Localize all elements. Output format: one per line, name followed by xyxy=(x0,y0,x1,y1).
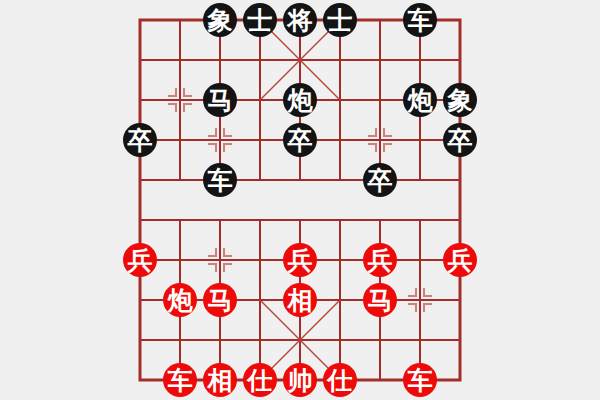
point-c7r1[interactable] xyxy=(400,40,440,80)
point-c4r0[interactable]: 将 xyxy=(280,0,320,40)
point-marker xyxy=(223,248,232,257)
piece-red-soldier[interactable]: 兵 xyxy=(123,243,157,277)
point-marker xyxy=(368,128,377,137)
xiangqi-board: 象士将士车马炮炮象卒卒卒车卒兵兵兵兵炮马相马车相仕帅仕车 xyxy=(0,0,600,400)
point-marker xyxy=(208,128,217,137)
point-c7r5[interactable] xyxy=(400,200,440,240)
point-c3r9[interactable]: 仕 xyxy=(240,360,280,400)
point-c7r2[interactable]: 炮 xyxy=(400,80,440,120)
piece-black-cannon[interactable]: 炮 xyxy=(283,83,317,117)
point-marker xyxy=(208,248,217,257)
piece-red-general[interactable]: 帅 xyxy=(283,363,317,397)
point-c8r7[interactable] xyxy=(440,280,480,320)
point-c2r4[interactable]: 车 xyxy=(200,160,240,200)
point-c1r8[interactable] xyxy=(160,320,200,360)
point-c3r4[interactable] xyxy=(240,160,280,200)
point-c1r6[interactable] xyxy=(160,240,200,280)
point-marker xyxy=(223,128,232,137)
point-c6r9[interactable] xyxy=(360,360,400,400)
point-marker xyxy=(223,263,232,272)
point-c6r3[interactable] xyxy=(360,120,400,160)
point-c2r0[interactable]: 象 xyxy=(200,0,240,40)
point-c0r2[interactable] xyxy=(120,80,160,120)
point-c1r0[interactable] xyxy=(160,0,200,40)
piece-red-cannon[interactable]: 炮 xyxy=(163,283,197,317)
point-marker xyxy=(168,103,177,112)
point-c0r0[interactable] xyxy=(120,0,160,40)
piece-black-soldier[interactable]: 卒 xyxy=(443,123,477,157)
point-marker xyxy=(168,88,177,97)
point-marker xyxy=(223,143,232,152)
point-c6r2[interactable] xyxy=(360,80,400,120)
point-c6r5[interactable] xyxy=(360,200,400,240)
point-c3r2[interactable] xyxy=(240,80,280,120)
piece-black-elephant[interactable]: 象 xyxy=(203,3,237,37)
piece-red-soldier[interactable]: 兵 xyxy=(443,243,477,277)
point-c4r1[interactable] xyxy=(280,40,320,80)
piece-red-horse[interactable]: 马 xyxy=(203,283,237,317)
point-c8r1[interactable] xyxy=(440,40,480,80)
point-c7r9[interactable]: 车 xyxy=(400,360,440,400)
point-c2r7[interactable]: 马 xyxy=(200,280,240,320)
point-marker xyxy=(208,143,217,152)
point-c0r1[interactable] xyxy=(120,40,160,80)
point-c2r9[interactable]: 相 xyxy=(200,360,240,400)
piece-red-chariot[interactable]: 车 xyxy=(403,363,437,397)
point-c0r3[interactable]: 卒 xyxy=(120,120,160,160)
point-c1r9[interactable]: 车 xyxy=(160,360,200,400)
piece-red-chariot[interactable]: 车 xyxy=(163,363,197,397)
point-c3r5[interactable] xyxy=(240,200,280,240)
point-c5r0[interactable]: 士 xyxy=(320,0,360,40)
point-c5r3[interactable] xyxy=(320,120,360,160)
piece-red-elephant[interactable]: 相 xyxy=(283,283,317,317)
point-c8r0[interactable] xyxy=(440,0,480,40)
point-c5r5[interactable] xyxy=(320,200,360,240)
point-c1r5[interactable] xyxy=(160,200,200,240)
piece-black-general[interactable]: 将 xyxy=(283,3,317,37)
point-c0r8[interactable] xyxy=(120,320,160,360)
piece-red-soldier[interactable]: 兵 xyxy=(283,243,317,277)
point-c1r7[interactable]: 炮 xyxy=(160,280,200,320)
point-c5r8[interactable] xyxy=(320,320,360,360)
piece-red-elephant[interactable]: 相 xyxy=(203,363,237,397)
point-c2r2[interactable]: 马 xyxy=(200,80,240,120)
point-c2r3[interactable] xyxy=(200,120,240,160)
point-c8r8[interactable] xyxy=(440,320,480,360)
point-c3r8[interactable] xyxy=(240,320,280,360)
piece-black-advisor[interactable]: 士 xyxy=(243,3,277,37)
point-c1r3[interactable] xyxy=(160,120,200,160)
point-c0r9[interactable] xyxy=(120,360,160,400)
point-c6r6[interactable]: 兵 xyxy=(360,240,400,280)
point-c4r9[interactable]: 帅 xyxy=(280,360,320,400)
point-c4r3[interactable]: 卒 xyxy=(280,120,320,160)
point-c6r8[interactable] xyxy=(360,320,400,360)
point-c5r9[interactable]: 仕 xyxy=(320,360,360,400)
point-c5r4[interactable] xyxy=(320,160,360,200)
piece-black-soldier[interactable]: 卒 xyxy=(363,163,397,197)
piece-black-soldier[interactable]: 卒 xyxy=(283,123,317,157)
piece-red-advisor[interactable]: 仕 xyxy=(243,363,277,397)
piece-black-cannon[interactable]: 炮 xyxy=(403,83,437,117)
point-c5r6[interactable] xyxy=(320,240,360,280)
point-marker xyxy=(383,143,392,152)
point-c2r1[interactable] xyxy=(200,40,240,80)
board-grid[interactable]: 象士将士车马炮炮象卒卒卒车卒兵兵兵兵炮马相马车相仕帅仕车 xyxy=(120,0,480,400)
point-c0r6[interactable]: 兵 xyxy=(120,240,160,280)
point-c2r5[interactable] xyxy=(200,200,240,240)
point-c7r4[interactable] xyxy=(400,160,440,200)
point-c7r8[interactable] xyxy=(400,320,440,360)
point-c7r7[interactable] xyxy=(400,280,440,320)
point-c4r8[interactable] xyxy=(280,320,320,360)
point-c8r9[interactable] xyxy=(440,360,480,400)
point-marker xyxy=(383,128,392,137)
point-c8r6[interactable]: 兵 xyxy=(440,240,480,280)
piece-black-advisor[interactable]: 士 xyxy=(323,3,357,37)
piece-red-horse[interactable]: 马 xyxy=(363,283,397,317)
point-c0r5[interactable] xyxy=(120,200,160,240)
point-marker xyxy=(208,263,217,272)
point-c3r1[interactable] xyxy=(240,40,280,80)
point-marker xyxy=(408,303,417,312)
point-c6r4[interactable]: 卒 xyxy=(360,160,400,200)
piece-black-elephant[interactable]: 象 xyxy=(443,83,477,117)
point-c4r7[interactable]: 相 xyxy=(280,280,320,320)
point-c1r2[interactable] xyxy=(160,80,200,120)
point-c1r4[interactable] xyxy=(160,160,200,200)
point-c3r0[interactable]: 士 xyxy=(240,0,280,40)
point-c8r2[interactable]: 象 xyxy=(440,80,480,120)
point-c7r0[interactable]: 车 xyxy=(400,0,440,40)
point-c7r3[interactable] xyxy=(400,120,440,160)
piece-black-horse[interactable]: 马 xyxy=(203,83,237,117)
point-c6r7[interactable]: 马 xyxy=(360,280,400,320)
point-c8r3[interactable]: 卒 xyxy=(440,120,480,160)
point-marker xyxy=(423,288,432,297)
point-marker xyxy=(183,103,192,112)
point-c8r4[interactable] xyxy=(440,160,480,200)
point-c0r7[interactable] xyxy=(120,280,160,320)
point-c2r6[interactable] xyxy=(200,240,240,280)
point-c5r1[interactable] xyxy=(320,40,360,80)
point-c3r6[interactable] xyxy=(240,240,280,280)
point-c1r1[interactable] xyxy=(160,40,200,80)
point-c2r8[interactable] xyxy=(200,320,240,360)
point-c4r5[interactable] xyxy=(280,200,320,240)
point-c5r7[interactable] xyxy=(320,280,360,320)
point-c0r4[interactable] xyxy=(120,160,160,200)
piece-black-soldier[interactable]: 卒 xyxy=(123,123,157,157)
point-c5r2[interactable] xyxy=(320,80,360,120)
point-c8r5[interactable] xyxy=(440,200,480,240)
point-c4r6[interactable]: 兵 xyxy=(280,240,320,280)
point-marker xyxy=(423,303,432,312)
point-marker xyxy=(368,143,377,152)
point-c3r7[interactable] xyxy=(240,280,280,320)
point-marker xyxy=(183,88,192,97)
piece-black-chariot[interactable]: 车 xyxy=(203,163,237,197)
piece-red-soldier[interactable]: 兵 xyxy=(363,243,397,277)
point-c4r4[interactable] xyxy=(280,160,320,200)
point-c6r0[interactable] xyxy=(360,0,400,40)
point-marker xyxy=(408,288,417,297)
point-c4r2[interactable]: 炮 xyxy=(280,80,320,120)
point-c3r3[interactable] xyxy=(240,120,280,160)
point-c7r6[interactable] xyxy=(400,240,440,280)
piece-red-advisor[interactable]: 仕 xyxy=(323,363,357,397)
point-c6r1[interactable] xyxy=(360,40,400,80)
piece-black-chariot[interactable]: 车 xyxy=(403,3,437,37)
